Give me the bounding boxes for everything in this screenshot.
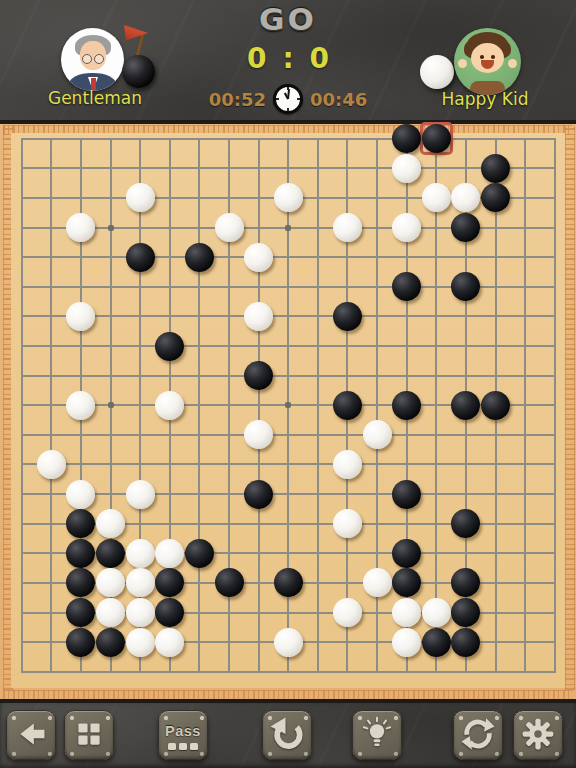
stone-black — [185, 539, 214, 568]
stone-white — [274, 183, 303, 212]
stone-white — [66, 480, 95, 509]
stone-black — [96, 539, 125, 568]
star-point — [108, 225, 114, 231]
stone-white — [333, 598, 362, 627]
hint-button[interactable] — [352, 710, 402, 760]
grid-line-h — [21, 463, 556, 465]
stone-black — [215, 568, 244, 597]
stone-white — [66, 302, 95, 331]
clock-icon — [273, 84, 303, 114]
stone-white — [333, 509, 362, 538]
go-app-screen: GO Gentleman 0 : 0 00:52 00:46 — [0, 0, 576, 768]
player-white-avatar — [454, 28, 521, 95]
stone-black — [274, 568, 303, 597]
grid-line-v — [554, 138, 556, 673]
score-separator: : — [282, 42, 293, 75]
back-button[interactable] — [6, 710, 56, 760]
white-stone-badge — [420, 55, 454, 89]
stone-white — [333, 450, 362, 479]
layout-button[interactable] — [64, 710, 114, 760]
stone-black — [451, 628, 480, 657]
stone-black — [392, 539, 421, 568]
stone-white — [392, 154, 421, 183]
grid-line-h — [21, 434, 556, 436]
board-layer — [0, 120, 576, 703]
timers: 00:52 00:46 — [168, 84, 408, 114]
stone-white — [126, 628, 155, 657]
header: GO Gentleman 0 : 0 00:52 00:46 — [0, 0, 576, 120]
stone-white — [244, 302, 273, 331]
player-black-name: Gentleman — [25, 88, 165, 108]
lightbulb-icon — [359, 716, 395, 755]
stone-black — [333, 391, 362, 420]
stone-white — [333, 213, 362, 242]
stone-black — [451, 598, 480, 627]
stone-white — [96, 598, 125, 627]
stone-white — [96, 568, 125, 597]
score-white: 0 — [310, 42, 329, 75]
stone-black — [392, 272, 421, 301]
stone-black — [392, 568, 421, 597]
stone-black — [66, 509, 95, 538]
stone-black — [155, 598, 184, 627]
grid-line-h — [21, 493, 556, 495]
restart-button[interactable] — [453, 710, 503, 760]
stone-black — [451, 213, 480, 242]
undo-arrow-icon — [269, 716, 305, 755]
gentleman-glasses — [82, 54, 104, 64]
grid-line-v — [317, 138, 319, 673]
gear-icon — [520, 716, 556, 755]
stone-white — [37, 450, 66, 479]
stone-black — [66, 539, 95, 568]
stone-black — [451, 568, 480, 597]
black-stone-badge — [122, 55, 155, 88]
stone-white — [126, 480, 155, 509]
stone-black — [481, 391, 510, 420]
stone-black — [392, 480, 421, 509]
stone-white — [126, 183, 155, 212]
pass-label: Pass — [165, 723, 201, 739]
score-black: 0 — [247, 42, 266, 75]
star-point — [285, 402, 291, 408]
stone-white — [363, 420, 392, 449]
pass-dots-icon — [168, 743, 198, 750]
stone-black — [392, 124, 421, 153]
stone-black — [185, 243, 214, 272]
stone-white — [392, 628, 421, 657]
stone-white — [66, 213, 95, 242]
stone-black — [422, 124, 451, 153]
go-board[interactable] — [0, 120, 576, 703]
stone-white — [244, 243, 273, 272]
timer-black: 00:52 — [209, 89, 266, 110]
undo-button[interactable] — [262, 710, 312, 760]
pass-button[interactable]: Pass — [158, 710, 208, 760]
grid-line-v — [435, 138, 437, 673]
stone-black — [451, 272, 480, 301]
stone-black — [244, 480, 273, 509]
back-arrow-icon — [14, 717, 48, 754]
stone-white — [155, 539, 184, 568]
stone-black — [66, 598, 95, 627]
stone-black — [422, 628, 451, 657]
grid-line-v — [524, 138, 526, 673]
stone-black — [481, 183, 510, 212]
stone-white — [215, 213, 244, 242]
stone-black — [66, 628, 95, 657]
stone-white — [126, 568, 155, 597]
stone-white — [422, 598, 451, 627]
star-point — [285, 225, 291, 231]
stone-white — [451, 183, 480, 212]
stone-white — [274, 628, 303, 657]
stone-black — [333, 302, 362, 331]
settings-button[interactable] — [513, 710, 563, 760]
stone-black — [66, 568, 95, 597]
stone-white — [155, 628, 184, 657]
player-white-name: Happy Kid — [415, 89, 555, 109]
stone-white — [422, 183, 451, 212]
sync-arrows-icon — [460, 716, 496, 755]
star-point — [108, 402, 114, 408]
stone-black — [481, 154, 510, 183]
stone-black — [451, 509, 480, 538]
stone-black — [155, 568, 184, 597]
toolbar: Pass — [0, 703, 576, 768]
stone-black — [96, 628, 125, 657]
stone-black — [155, 332, 184, 361]
stone-white — [363, 568, 392, 597]
stone-white — [392, 213, 421, 242]
player-black-avatar — [61, 28, 124, 91]
stone-black — [244, 361, 273, 390]
stone-white — [155, 391, 184, 420]
stone-white — [126, 598, 155, 627]
stone-black — [392, 391, 421, 420]
timer-white: 00:46 — [310, 89, 367, 110]
four-squares-icon — [72, 717, 106, 754]
stone-black — [451, 391, 480, 420]
score: 0 : 0 — [188, 42, 388, 75]
stone-white — [126, 539, 155, 568]
stone-black — [126, 243, 155, 272]
stone-white — [66, 391, 95, 420]
stone-white — [96, 509, 125, 538]
grid-line-h — [21, 671, 556, 673]
stone-white — [244, 420, 273, 449]
stone-white — [392, 598, 421, 627]
